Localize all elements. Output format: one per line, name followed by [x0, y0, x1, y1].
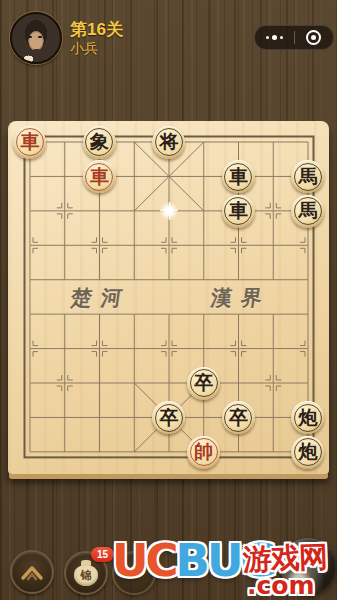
- exit-button[interactable]: [295, 26, 334, 49]
- piece-black[interactable]: 象: [83, 126, 116, 159]
- board-grid: 車象将車車馬車馬卒卒卒炮帥炮: [13, 125, 326, 469]
- piece-red[interactable]: 車: [13, 126, 46, 159]
- bag-label: 锦: [81, 568, 92, 583]
- level-title: 第16关: [70, 18, 123, 41]
- piece-black[interactable]: 炮: [291, 436, 324, 469]
- more-dots-icon: [266, 35, 283, 40]
- chevron-up-icon: [20, 563, 44, 581]
- piece-black[interactable]: 車: [222, 195, 255, 228]
- piece-black[interactable]: 馬: [291, 195, 324, 228]
- expand-button[interactable]: [10, 550, 54, 594]
- hint-count-badge: 15: [91, 547, 114, 562]
- piece-black[interactable]: 炮: [291, 401, 324, 434]
- hint-bag-button[interactable]: 锦 15: [64, 551, 108, 595]
- piece-black[interactable]: 卒: [222, 401, 255, 434]
- piece-black[interactable]: 卒: [187, 367, 220, 400]
- piece-black[interactable]: 馬: [291, 160, 324, 193]
- player-avatar[interactable]: [10, 12, 62, 64]
- more-button[interactable]: [255, 26, 294, 49]
- money-bag-icon: 锦: [74, 565, 98, 586]
- exit-circle-icon: [306, 30, 321, 45]
- piece-red[interactable]: 帥: [187, 436, 220, 469]
- piece-black[interactable]: 車: [222, 160, 255, 193]
- piece-black[interactable]: 将: [152, 126, 185, 159]
- piece-red[interactable]: 車: [83, 160, 116, 193]
- dark-stone-button[interactable]: [280, 538, 336, 594]
- hint-sparkle-icon: [159, 201, 179, 221]
- wechat-capsule: [254, 25, 334, 50]
- xiangqi-board[interactable]: 楚河 漢界 車象将車車馬車馬卒卒卒炮帥炮: [8, 121, 329, 474]
- obscured-tool-button[interactable]: [112, 551, 156, 595]
- player-rank-label: 小兵: [70, 40, 98, 58]
- piece-black[interactable]: 卒: [152, 401, 185, 434]
- app-screen: 第16关 小兵 楚河 漢界 車象将車車馬車馬卒卒卒炮帥炮 锦 15 UCBUG: [0, 0, 337, 600]
